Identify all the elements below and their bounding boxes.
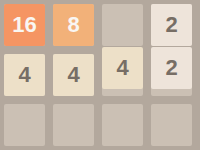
tile-2: 2 xyxy=(151,47,192,89)
tile-16: 16 xyxy=(4,4,45,46)
board-grid[interactable]: 16824442 xyxy=(0,0,196,150)
tile-4: 4 xyxy=(4,54,45,96)
tile-8: 8 xyxy=(53,4,94,46)
tile-2: 2 xyxy=(151,4,192,46)
board-cell xyxy=(53,104,94,146)
tile-4: 4 xyxy=(102,47,143,89)
board-cell xyxy=(4,104,45,146)
board-cell xyxy=(151,104,192,146)
2048-board: 16824442 xyxy=(0,0,200,150)
tile-4: 4 xyxy=(53,54,94,96)
board-cell xyxy=(102,4,143,46)
board-cell xyxy=(102,104,143,146)
